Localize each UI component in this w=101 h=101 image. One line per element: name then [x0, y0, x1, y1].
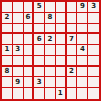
cell-r7c7[interactable]: 2 [67, 67, 78, 78]
cell-r3c4[interactable] [34, 24, 45, 35]
cell-r3c7[interactable] [67, 24, 78, 35]
cell-r1c7[interactable] [67, 2, 78, 13]
cell-r7c8[interactable] [77, 67, 88, 78]
cell-r9c1[interactable] [2, 88, 13, 99]
cell-r2c2[interactable] [13, 13, 24, 24]
cell-r4c9[interactable] [88, 34, 99, 45]
cell-r9c4[interactable] [34, 88, 45, 99]
cell-r7c9[interactable] [88, 67, 99, 78]
cell-r6c9[interactable] [88, 56, 99, 67]
cell-r8c6[interactable] [56, 77, 67, 88]
cell-r6c6[interactable] [56, 56, 67, 67]
cell-r7c4[interactable] [34, 67, 45, 78]
cell-r6c7[interactable] [67, 56, 78, 67]
cell-r5c6[interactable] [56, 45, 67, 56]
cell-r2c9[interactable] [88, 13, 99, 24]
cell-r5c7[interactable] [67, 45, 78, 56]
cell-r1c9[interactable]: 3 [88, 2, 99, 13]
sudoku-board: 59326862713482931 [0, 0, 101, 101]
cell-r6c1[interactable] [2, 56, 13, 67]
cell-r3c2[interactable] [13, 24, 24, 35]
cell-r7c3[interactable] [24, 67, 35, 78]
cell-r5c1[interactable]: 1 [2, 45, 13, 56]
cell-r7c1[interactable]: 8 [2, 67, 13, 78]
cell-r8c2[interactable]: 9 [13, 77, 24, 88]
cell-r4c7[interactable]: 7 [67, 34, 78, 45]
cell-r4c8[interactable] [77, 34, 88, 45]
cell-r1c1[interactable] [2, 2, 13, 13]
cell-r9c7[interactable] [67, 88, 78, 99]
cell-r4c2[interactable] [13, 34, 24, 45]
cell-r1c8[interactable]: 9 [77, 2, 88, 13]
cell-r5c5[interactable] [45, 45, 56, 56]
cell-r1c2[interactable] [13, 2, 24, 13]
cell-r2c1[interactable]: 2 [2, 13, 13, 24]
cell-r9c5[interactable] [45, 88, 56, 99]
cell-r4c5[interactable]: 2 [45, 34, 56, 45]
cell-r2c7[interactable] [67, 13, 78, 24]
cell-r3c3[interactable] [24, 24, 35, 35]
cell-r8c3[interactable] [24, 77, 35, 88]
cell-r6c3[interactable] [24, 56, 35, 67]
cell-r8c7[interactable] [67, 77, 78, 88]
cell-r9c2[interactable] [13, 88, 24, 99]
cell-r4c1[interactable] [2, 34, 13, 45]
cell-r2c4[interactable] [34, 13, 45, 24]
cell-r6c8[interactable] [77, 56, 88, 67]
cell-r3c5[interactable] [45, 24, 56, 35]
cell-r8c9[interactable] [88, 77, 99, 88]
cell-r1c5[interactable] [45, 2, 56, 13]
cell-r8c1[interactable] [2, 77, 13, 88]
cell-r5c4[interactable] [34, 45, 45, 56]
cell-r9c9[interactable] [88, 88, 99, 99]
cell-r7c2[interactable] [13, 67, 24, 78]
cell-r4c4[interactable]: 6 [34, 34, 45, 45]
cell-r3c1[interactable] [2, 24, 13, 35]
cell-r1c6[interactable] [56, 2, 67, 13]
cell-r1c4[interactable]: 5 [34, 2, 45, 13]
cell-r6c5[interactable] [45, 56, 56, 67]
cell-r9c3[interactable] [24, 88, 35, 99]
cell-r3c8[interactable] [77, 24, 88, 35]
cell-r9c8[interactable] [77, 88, 88, 99]
cell-r5c8[interactable]: 4 [77, 45, 88, 56]
cell-r5c9[interactable] [88, 45, 99, 56]
cell-r7c6[interactable] [56, 67, 67, 78]
cell-r6c2[interactable] [13, 56, 24, 67]
cell-r2c8[interactable] [77, 13, 88, 24]
cell-r3c6[interactable] [56, 24, 67, 35]
cell-r4c6[interactable] [56, 34, 67, 45]
cell-r1c3[interactable] [24, 2, 35, 13]
cell-r8c8[interactable] [77, 77, 88, 88]
cell-r4c3[interactable] [24, 34, 35, 45]
cell-r2c5[interactable]: 8 [45, 13, 56, 24]
cell-r7c5[interactable] [45, 67, 56, 78]
cell-r3c9[interactable] [88, 24, 99, 35]
cell-r5c3[interactable] [24, 45, 35, 56]
cell-r2c6[interactable] [56, 13, 67, 24]
cell-r5c2[interactable]: 3 [13, 45, 24, 56]
cell-r2c3[interactable]: 6 [24, 13, 35, 24]
cell-r8c4[interactable]: 3 [34, 77, 45, 88]
cell-r9c6[interactable]: 1 [56, 88, 67, 99]
cell-r6c4[interactable] [34, 56, 45, 67]
cell-r8c5[interactable] [45, 77, 56, 88]
